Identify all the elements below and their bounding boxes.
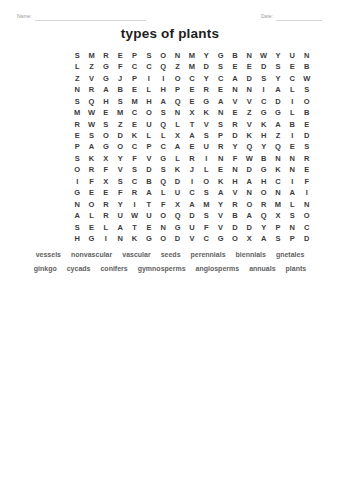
grid-cell[interactable]: B (300, 107, 314, 118)
grid-cell[interactable]: K (127, 233, 141, 244)
grid-cell[interactable]: R (99, 210, 113, 221)
grid-cell[interactable]: B (142, 176, 156, 187)
grid-cell[interactable]: L (70, 61, 84, 72)
grid-cell[interactable]: S (285, 210, 299, 221)
grid-cell[interactable]: N (70, 199, 84, 210)
date-label: Date: (261, 12, 273, 21)
grid-cell[interactable]: E (84, 222, 98, 233)
grid-cell[interactable]: V (142, 153, 156, 164)
grid-cell[interactable]: H (156, 84, 170, 95)
grid-cell[interactable]: U (185, 222, 199, 233)
word-search-worksheet: Name: Date: types of plants SMREPSONMYGB… (0, 0, 340, 480)
grid-cell[interactable]: D (300, 233, 314, 244)
grid-cell[interactable]: U (142, 210, 156, 221)
grid-cell[interactable]: R (228, 199, 242, 210)
grid-cell[interactable]: O (256, 187, 270, 198)
puzzle-title: types of plants (0, 26, 340, 41)
grid-cell[interactable]: C (185, 187, 199, 198)
grid-cell[interactable]: G (256, 107, 270, 118)
grid-cell[interactable]: H (142, 96, 156, 107)
grid-cell[interactable]: M (84, 50, 98, 61)
grid-cell[interactable]: M (70, 107, 84, 118)
grid-cell[interactable]: N (156, 222, 170, 233)
grid-cell[interactable]: S (113, 176, 127, 187)
grid-cell[interactable]: W (242, 153, 256, 164)
grid-cell[interactable]: R (199, 84, 213, 95)
grid-cell[interactable]: V (213, 210, 227, 221)
grid-cell[interactable]: B (285, 119, 299, 130)
grid-cell[interactable]: K (271, 164, 285, 175)
grid-cell[interactable]: G (99, 142, 113, 153)
grid-cell[interactable]: H (256, 176, 270, 187)
grid-cell[interactable]: W (256, 50, 270, 61)
grid-cell[interactable]: S (127, 164, 141, 175)
word-list-item: angiosperms (196, 265, 240, 272)
grid-cell[interactable]: O (199, 176, 213, 187)
grid-cell[interactable]: I (285, 176, 299, 187)
grid-cell[interactable]: A (213, 96, 227, 107)
grid-cell[interactable]: D (113, 130, 127, 141)
grid-cell[interactable]: G (170, 222, 184, 233)
grid-cell[interactable]: K (213, 176, 227, 187)
grid-cell[interactable]: F (113, 187, 127, 198)
grid-cell[interactable]: R (300, 153, 314, 164)
grid-cell[interactable]: S (84, 130, 98, 141)
grid-cell[interactable]: E (185, 142, 199, 153)
grid-cell[interactable]: F (127, 153, 141, 164)
grid-cell[interactable]: A (185, 130, 199, 141)
grid-cell[interactable]: V (242, 96, 256, 107)
grid-cell[interactable]: L (170, 119, 184, 130)
grid-cell[interactable]: W (127, 210, 141, 221)
grid-cell[interactable]: K (256, 119, 270, 130)
grid-cell[interactable]: L (142, 84, 156, 95)
grid-cell[interactable]: G (84, 233, 98, 244)
grid-cell[interactable]: D (271, 96, 285, 107)
grid-cell[interactable]: S (142, 50, 156, 61)
grid-cell[interactable]: I (285, 130, 299, 141)
grid-cell[interactable]: E (127, 84, 141, 95)
grid-cell[interactable]: N (285, 153, 299, 164)
grid-cell[interactable]: V (242, 119, 256, 130)
grid-cell[interactable]: S (156, 107, 170, 118)
grid-cell[interactable]: Z (70, 73, 84, 84)
grid-cell[interactable]: F (300, 176, 314, 187)
grid-cell[interactable]: I (185, 176, 199, 187)
grid-cell[interactable]: N (228, 164, 242, 175)
grid-cell[interactable]: C (156, 142, 170, 153)
grid-cell[interactable]: S (199, 210, 213, 221)
grid-cell[interactable]: V (113, 164, 127, 175)
grid-cell[interactable]: M (113, 107, 127, 118)
grid-cell[interactable]: M (127, 96, 141, 107)
grid-cell[interactable]: R (99, 50, 113, 61)
grid-cell[interactable]: Q (271, 142, 285, 153)
grid-cell[interactable]: E (242, 61, 256, 72)
grid-cell[interactable]: O (228, 233, 242, 244)
grid-cell[interactable]: L (170, 153, 184, 164)
grid-cell[interactable]: Y (199, 73, 213, 84)
grid-cell[interactable]: D (170, 176, 184, 187)
grid-cell[interactable]: E (285, 142, 299, 153)
grid-cell[interactable]: A (228, 73, 242, 84)
grid-cell[interactable]: Q (156, 176, 170, 187)
grid-cell[interactable]: P (170, 84, 184, 95)
grid-cell[interactable]: I (199, 153, 213, 164)
grid-cell[interactable]: Q (170, 96, 184, 107)
grid-cell[interactable]: P (127, 50, 141, 61)
grid-cell[interactable]: G (213, 233, 227, 244)
grid-cell[interactable]: N (271, 187, 285, 198)
grid-cell[interactable]: D (256, 61, 270, 72)
grid-cell[interactable]: G (70, 187, 84, 198)
grid-cell[interactable]: J (113, 73, 127, 84)
grid-cell[interactable]: S (199, 130, 213, 141)
grid-cell[interactable]: Q (156, 119, 170, 130)
grid-cell[interactable]: O (142, 107, 156, 118)
grid-cell[interactable]: G (213, 50, 227, 61)
grid-cell[interactable]: T (185, 119, 199, 130)
grid-cell[interactable]: O (84, 199, 98, 210)
grid-cell[interactable]: D (185, 210, 199, 221)
grid-cell[interactable]: D (199, 61, 213, 72)
grid-cell[interactable]: Y (271, 50, 285, 61)
grid-cell[interactable]: B (228, 50, 242, 61)
grid-cell[interactable]: O (70, 164, 84, 175)
grid-cell[interactable]: N (285, 164, 299, 175)
grid-cell[interactable]: R (84, 84, 98, 95)
grid-cell[interactable]: P (213, 130, 227, 141)
grid-cell[interactable]: E (228, 61, 242, 72)
grid-cell[interactable]: N (300, 50, 314, 61)
grid-cell[interactable]: W (84, 119, 98, 130)
grid-cell[interactable]: L (84, 210, 98, 221)
grid-cell[interactable]: E (99, 187, 113, 198)
grid-cell[interactable]: C (213, 73, 227, 84)
grid-cell[interactable]: B (113, 84, 127, 95)
grid-cell[interactable]: S (70, 153, 84, 164)
grid-cell[interactable]: Z (84, 61, 98, 72)
grid-cell[interactable]: N (213, 107, 227, 118)
grid-cell[interactable]: D (170, 233, 184, 244)
name-input-line[interactable] (35, 12, 146, 21)
grid-cell[interactable]: O (300, 210, 314, 221)
grid-cell[interactable]: S (213, 61, 227, 72)
grid-cell[interactable]: Y (271, 73, 285, 84)
grid-cell[interactable]: Z (271, 130, 285, 141)
grid-cell[interactable]: A (113, 222, 127, 233)
grid-cell[interactable]: A (185, 199, 199, 210)
grid-cell[interactable]: D (142, 164, 156, 175)
grid-cell[interactable]: D (242, 164, 256, 175)
grid-cell[interactable]: C (127, 107, 141, 118)
grid-cell[interactable]: C (127, 176, 141, 187)
grid-cell[interactable]: F (113, 61, 127, 72)
grid-cell[interactable]: O (300, 96, 314, 107)
grid-cell[interactable]: L (156, 187, 170, 198)
grid-cell[interactable]: B (228, 210, 242, 221)
grid-cell[interactable]: F (199, 222, 213, 233)
grid-cell[interactable]: S (99, 119, 113, 130)
grid-cell[interactable]: K (127, 130, 141, 141)
grid-cell[interactable]: N (228, 84, 242, 95)
grid-cell[interactable]: N (300, 199, 314, 210)
grid-cell[interactable]: S (70, 96, 84, 107)
grid-cell[interactable]: F (84, 176, 98, 187)
grid-cell[interactable]: E (228, 107, 242, 118)
grid-cell[interactable]: D (242, 222, 256, 233)
grid-cell[interactable]: C (271, 176, 285, 187)
grid-cell[interactable]: E (185, 96, 199, 107)
grid-cell[interactable]: R (84, 164, 98, 175)
grid-cell[interactable]: B (300, 61, 314, 72)
grid-cell[interactable]: W (300, 73, 314, 84)
grid-cell[interactable]: S (213, 119, 227, 130)
grid-cell[interactable]: E (300, 164, 314, 175)
word-list-item: gymnosperms (138, 265, 186, 272)
grid-cell[interactable]: R (127, 187, 141, 198)
grid-cell[interactable]: R (99, 199, 113, 210)
grid-cell[interactable]: A (142, 187, 156, 198)
grid-cell[interactable]: Z (113, 119, 127, 130)
grid-cell[interactable]: L (285, 199, 299, 210)
grid-cell[interactable]: S (300, 84, 314, 95)
grid-cell[interactable]: X (242, 233, 256, 244)
grid-cell[interactable]: S (271, 61, 285, 72)
grid-cell[interactable]: Q (242, 142, 256, 153)
grid-cell[interactable]: A (285, 187, 299, 198)
grid-cell[interactable]: D (228, 130, 242, 141)
grid-cell[interactable]: Y (213, 199, 227, 210)
grid-cell[interactable]: S (300, 142, 314, 153)
grid-cell[interactable]: Y (256, 222, 270, 233)
grid-cell[interactable]: C (256, 96, 270, 107)
grid-cell[interactable]: W (84, 107, 98, 118)
grid-cell[interactable]: R (228, 119, 242, 130)
grid-cell[interactable]: Z (242, 107, 256, 118)
grid-cell[interactable]: O (156, 210, 170, 221)
grid-cell[interactable]: K (242, 130, 256, 141)
grid-cell[interactable]: E (300, 119, 314, 130)
grid-cell[interactable]: E (142, 222, 156, 233)
grid-cell[interactable]: G (199, 96, 213, 107)
grid-cell[interactable]: A (99, 84, 113, 95)
grid-cell[interactable]: G (271, 107, 285, 118)
grid-cell[interactable]: I (256, 84, 270, 95)
grid-cell[interactable]: H (99, 96, 113, 107)
grid-cell[interactable]: Y (113, 153, 127, 164)
grid-cell[interactable]: O (156, 50, 170, 61)
grid-cell[interactable]: N (113, 233, 127, 244)
grid-cell[interactable]: S (156, 164, 170, 175)
grid-cell[interactable]: G (156, 153, 170, 164)
grid-cell[interactable]: I (127, 199, 141, 210)
grid-cell[interactable]: S (70, 222, 84, 233)
grid-cell[interactable]: N (70, 84, 84, 95)
grid-cell[interactable]: A (242, 210, 256, 221)
grid-cell[interactable]: C (185, 73, 199, 84)
grid-cell[interactable]: H (256, 130, 270, 141)
grid-cell[interactable]: V (185, 233, 199, 244)
grid-cell[interactable]: V (199, 119, 213, 130)
grid-cell[interactable]: C (142, 61, 156, 72)
grid-cell[interactable]: S (113, 96, 127, 107)
grid-cell[interactable]: C (199, 233, 213, 244)
grid-cell[interactable]: M (271, 199, 285, 210)
grid-cell[interactable]: N (242, 187, 256, 198)
grid-cell[interactable]: C (285, 73, 299, 84)
grid-cell[interactable]: Y (228, 142, 242, 153)
grid-cell[interactable]: X (99, 176, 113, 187)
grid-cell[interactable]: P (70, 142, 84, 153)
grid-cell[interactable]: Z (170, 61, 184, 72)
grid-cell[interactable]: E (113, 50, 127, 61)
grid-cell[interactable]: U (113, 210, 127, 221)
grid-cell[interactable]: E (185, 84, 199, 95)
grid-cell[interactable]: R (256, 199, 270, 210)
grid-cell[interactable]: Q (156, 61, 170, 72)
grid-cell[interactable]: X (271, 210, 285, 221)
grid-cell[interactable]: A (256, 233, 270, 244)
grid-cell[interactable]: L (156, 130, 170, 141)
grid-cell[interactable]: S (199, 187, 213, 198)
grid-cell[interactable]: D (242, 73, 256, 84)
grid-cell[interactable]: H (228, 176, 242, 187)
grid-cell[interactable]: U (285, 50, 299, 61)
date-input-line[interactable] (276, 12, 322, 21)
grid-cell[interactable]: F (228, 153, 242, 164)
grid-cell[interactable]: E (213, 164, 227, 175)
grid-cell[interactable]: X (99, 153, 113, 164)
grid-cell[interactable]: Q (256, 210, 270, 221)
grid-cell[interactable]: R (213, 142, 227, 153)
grid-cell[interactable]: N (242, 84, 256, 95)
grid-cell[interactable]: F (156, 199, 170, 210)
grid-cell[interactable]: A (242, 176, 256, 187)
grid-cell[interactable]: H (70, 233, 84, 244)
grid-cell[interactable]: E (285, 61, 299, 72)
grid-cell[interactable]: A (271, 119, 285, 130)
grid-cell[interactable]: F (99, 164, 113, 175)
grid-cell[interactable]: C (300, 222, 314, 233)
grid-cell[interactable]: K (84, 153, 98, 164)
grid-cell[interactable]: A (271, 84, 285, 95)
grid-cell[interactable]: O (113, 142, 127, 153)
grid-cell[interactable]: X (185, 107, 199, 118)
grid-cell[interactable]: S (70, 50, 84, 61)
grid-cell[interactable]: E (84, 187, 98, 198)
grid-cell[interactable]: R (70, 119, 84, 130)
grid-cell[interactable]: K (199, 107, 213, 118)
grid-cell[interactable]: A (213, 187, 227, 198)
grid-cell[interactable]: A (156, 96, 170, 107)
grid-cell[interactable]: U (170, 187, 184, 198)
grid-cell[interactable]: Y (256, 142, 270, 153)
grid-cell[interactable]: V (84, 73, 98, 84)
grid-cell[interactable]: P (142, 142, 156, 153)
grid-cell[interactable]: G (99, 61, 113, 72)
word-list-item: gnetales (276, 251, 304, 258)
word-search-grid: SMREPSONMYGBNWYUNLZGFCCQZMDSEEDSEBZVGJPI… (70, 50, 314, 244)
grid-cell[interactable]: R (185, 153, 199, 164)
grid-cell[interactable]: I (142, 73, 156, 84)
grid-cell[interactable]: E (99, 107, 113, 118)
grid-cell[interactable]: D (300, 130, 314, 141)
grid-cell[interactable]: G (99, 73, 113, 84)
grid-cell[interactable]: M (185, 50, 199, 61)
grid-cell[interactable]: N (242, 50, 256, 61)
grid-cell[interactable]: C (127, 142, 141, 153)
grid-cell[interactable]: V (228, 96, 242, 107)
name-field: Name: (17, 12, 146, 21)
grid-cell[interactable]: V (228, 187, 242, 198)
grid-cell[interactable]: E (127, 119, 141, 130)
grid-cell[interactable]: X (170, 199, 184, 210)
grid-cell[interactable]: T (142, 199, 156, 210)
grid-cell[interactable]: L (99, 222, 113, 233)
grid-cell[interactable]: P (285, 233, 299, 244)
grid-cell[interactable]: Q (84, 96, 98, 107)
grid-cell[interactable]: N (271, 153, 285, 164)
grid-cell[interactable]: C (127, 61, 141, 72)
grid-cell[interactable]: A (84, 142, 98, 153)
grid-cell[interactable]: D (228, 222, 242, 233)
grid-cell[interactable]: L (199, 164, 213, 175)
grid-cell[interactable]: O (170, 73, 184, 84)
grid-cell[interactable]: I (99, 233, 113, 244)
grid-cell[interactable]: P (271, 222, 285, 233)
grid-cell[interactable]: O (242, 199, 256, 210)
word-list-item: annuals (249, 265, 275, 272)
grid-cell[interactable]: P (127, 73, 141, 84)
grid-cell[interactable]: A (170, 142, 184, 153)
grid-cell[interactable]: B (256, 153, 270, 164)
grid-cell[interactable]: I (285, 96, 299, 107)
grid-cell[interactable]: N (170, 50, 184, 61)
grid-cell[interactable]: I (70, 176, 84, 187)
grid-cell[interactable]: O (99, 130, 113, 141)
grid-cell[interactable]: L (142, 130, 156, 141)
grid-cell[interactable]: G (256, 164, 270, 175)
grid-cell[interactable]: M (185, 61, 199, 72)
grid-cell[interactable]: S (256, 73, 270, 84)
grid-cell[interactable]: I (300, 187, 314, 198)
grid-cell[interactable]: V (213, 222, 227, 233)
grid-cell[interactable]: Y (113, 199, 127, 210)
grid-cell[interactable]: O (156, 233, 170, 244)
grid-cell[interactable]: X (170, 130, 184, 141)
grid-cell[interactable]: N (285, 222, 299, 233)
grid-cell[interactable]: I (156, 73, 170, 84)
grid-cell[interactable]: L (285, 84, 299, 95)
grid-cell[interactable]: M (199, 199, 213, 210)
grid-cell[interactable]: U (142, 119, 156, 130)
grid-cell[interactable]: A (70, 210, 84, 221)
grid-cell[interactable]: N (170, 107, 184, 118)
grid-cell[interactable]: S (271, 233, 285, 244)
grid-cell[interactable]: T (127, 222, 141, 233)
grid-cell[interactable]: E (70, 130, 84, 141)
grid-cell[interactable]: U (199, 142, 213, 153)
grid-cell[interactable]: L (285, 107, 299, 118)
grid-cell[interactable]: K (170, 164, 184, 175)
grid-cell[interactable]: J (185, 164, 199, 175)
grid-cell[interactable]: E (213, 84, 227, 95)
grid-cell[interactable]: G (142, 233, 156, 244)
grid-cell[interactable]: Y (199, 50, 213, 61)
grid-cell[interactable]: N (213, 153, 227, 164)
grid-cell[interactable]: Q (170, 210, 184, 221)
